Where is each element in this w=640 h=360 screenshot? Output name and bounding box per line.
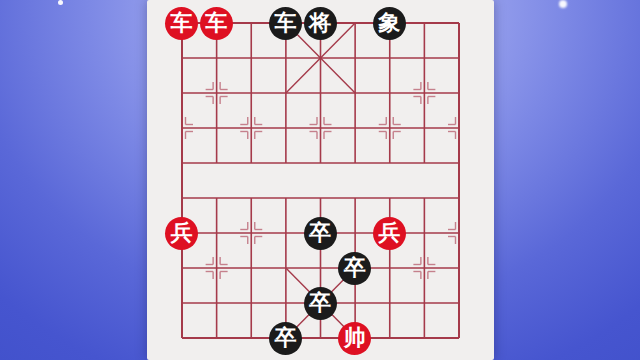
piece-red-general[interactable]: 帅 [338,322,371,355]
piece-black-soldier[interactable]: 卒 [269,322,302,355]
piece-black-soldier[interactable]: 卒 [338,252,371,285]
piece-black-soldier[interactable]: 卒 [304,217,337,250]
piece-black-chariot[interactable]: 车 [269,7,302,40]
xiangqi-board[interactable]: 车车车将象兵卒兵卒卒卒帅 [164,6,476,356]
piece-black-general[interactable]: 将 [304,7,337,40]
piece-black-soldier[interactable]: 卒 [304,287,337,320]
sparkle-dot-right [559,0,567,8]
piece-red-soldier[interactable]: 兵 [373,217,406,250]
piece-black-elephant[interactable]: 象 [373,7,406,40]
piece-red-chariot[interactable]: 车 [165,7,198,40]
sparkle-dot-left [58,0,63,5]
piece-red-chariot[interactable]: 车 [200,7,233,40]
piece-red-soldier[interactable]: 兵 [165,217,198,250]
board-card: 车车车将象兵卒兵卒卒卒帅 [147,0,494,360]
